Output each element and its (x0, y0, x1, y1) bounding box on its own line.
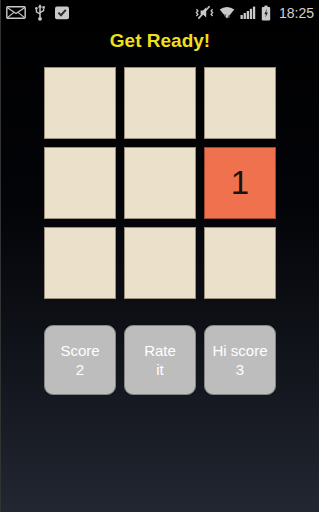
usb-icon (34, 4, 46, 21)
wifi-icon (219, 5, 235, 20)
game-screen: 18:25 Get Ready! 1 Score 2 Rate it Hi sc… (1, 0, 319, 512)
hi-score-value: 3 (236, 360, 244, 379)
button-row: Score 2 Rate it Hi score 3 (44, 325, 276, 395)
rate-it-button[interactable]: Rate it (124, 325, 196, 395)
board-tile[interactable] (44, 227, 116, 299)
board-tile[interactable] (44, 147, 116, 219)
rate-label-line1: Rate (144, 341, 176, 360)
board-tile[interactable] (124, 227, 196, 299)
board-tile[interactable] (44, 67, 116, 139)
signal-icon (240, 6, 256, 19)
board-tile[interactable] (204, 227, 276, 299)
hi-score-button[interactable]: Hi score 3 (204, 325, 276, 395)
status-bar: 18:25 (1, 0, 319, 25)
page-title: Get Ready! (1, 29, 319, 53)
score-button[interactable]: Score 2 (44, 325, 116, 395)
clock: 18:25 (279, 5, 314, 21)
board-tile[interactable] (124, 67, 196, 139)
score-label: Score (60, 341, 99, 360)
rate-label-line2: it (156, 360, 164, 379)
task-check-icon (54, 5, 70, 20)
game-board: 1 (44, 67, 276, 299)
vibrate-mute-icon (195, 5, 214, 20)
board-tile[interactable]: 1 (204, 147, 276, 219)
email-icon (6, 6, 26, 19)
hi-score-label: Hi score (212, 341, 267, 360)
status-bar-left (6, 4, 70, 21)
status-bar-right: 18:25 (195, 5, 314, 21)
board-tile[interactable] (124, 147, 196, 219)
score-value: 2 (76, 360, 84, 379)
board-tile[interactable] (204, 67, 276, 139)
battery-charging-icon (261, 5, 271, 21)
